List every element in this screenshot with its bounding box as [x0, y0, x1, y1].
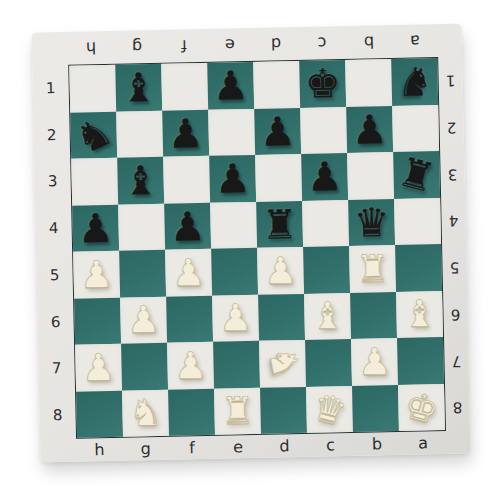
square-h2: ♞ — [70, 111, 117, 158]
file-label-g: g — [114, 34, 161, 59]
piece-white-rook-e8: ♜ — [214, 387, 261, 434]
file-label-a: a — [400, 432, 447, 454]
file-label-c: c — [299, 30, 346, 55]
square-e4 — [210, 201, 257, 248]
square-f6 — [166, 295, 213, 342]
square-g7 — [121, 343, 168, 390]
piece-white-pawn-f7: ♟ — [167, 342, 214, 389]
piece-black-bishop-g1: ♝ — [115, 64, 162, 111]
square-g3: ♝ — [117, 157, 164, 204]
file-label-b: b — [354, 433, 401, 455]
square-a1: ♞ — [391, 58, 438, 105]
piece-black-king-c1: ♚ — [299, 60, 346, 107]
square-c2 — [300, 106, 347, 153]
square-a7 — [397, 337, 444, 384]
piece-black-pawn-e1: ♟ — [207, 62, 254, 109]
piece-white-bishop-a6: ♝ — [396, 291, 443, 338]
square-e2 — [208, 108, 255, 155]
piece-black-pawn-c3: ♟ — [301, 153, 348, 200]
file-label-g: g — [122, 438, 169, 460]
square-f8 — [168, 388, 215, 435]
file-label-b: b — [345, 29, 392, 54]
square-a3: ♜ — [393, 151, 440, 198]
file-label-d: d — [253, 31, 300, 56]
square-d7: ♞ — [259, 340, 306, 387]
square-c6: ♝ — [304, 292, 351, 339]
piece-black-pawn-f4: ♟ — [164, 202, 211, 249]
file-label-e: e — [206, 32, 253, 57]
square-h8 — [76, 390, 123, 437]
file-label-f: f — [160, 33, 207, 58]
square-c4 — [302, 199, 349, 246]
square-g6: ♟ — [120, 296, 167, 343]
chess-board: ♝♟♚♞♞♟♟♟♝♟♟♜♟♟♜♛♟♟♟♜♟♟♝♝♟♟♞♟♞♜♛♚ — [68, 57, 446, 439]
square-b7: ♟ — [351, 338, 398, 385]
square-c5 — [303, 246, 350, 293]
piece-black-knight-h2: ♞ — [63, 104, 124, 166]
square-f7: ♟ — [167, 342, 214, 389]
piece-black-pawn-e3: ♟ — [209, 155, 256, 202]
piece-black-pawn-d2: ♟ — [254, 107, 301, 154]
square-d1 — [253, 61, 300, 108]
piece-black-rook-d4: ♜ — [256, 200, 303, 247]
square-d8 — [260, 386, 307, 433]
square-b4: ♛ — [348, 198, 395, 245]
rank-label-5: 5 — [39, 252, 70, 299]
piece-white-king-a8: ♚ — [393, 379, 449, 436]
square-e8: ♜ — [214, 387, 261, 434]
square-h5: ♟ — [73, 251, 120, 298]
file-labels-top: hgfedcba — [68, 28, 438, 60]
square-f1 — [161, 63, 208, 110]
square-e7 — [213, 341, 260, 388]
piece-white-pawn-h7: ♟ — [75, 344, 122, 391]
rank-label-6: 6 — [443, 290, 468, 337]
square-d2: ♟ — [254, 107, 301, 154]
square-c8: ♛ — [306, 385, 353, 432]
square-a5 — [395, 244, 442, 291]
rank-label-4: 4 — [38, 205, 69, 252]
square-g4 — [118, 203, 165, 250]
square-f2: ♟ — [162, 109, 209, 156]
square-h1 — [69, 65, 116, 112]
piece-white-pawn-d5: ♟ — [257, 247, 304, 294]
square-h4: ♟ — [72, 204, 119, 251]
square-b1 — [345, 59, 392, 106]
piece-black-pawn-h4: ♟ — [72, 204, 119, 251]
piece-white-pawn-f5: ♟ — [165, 249, 212, 296]
square-g1: ♝ — [115, 64, 162, 111]
file-label-h: h — [76, 439, 123, 461]
square-c7 — [305, 339, 352, 386]
square-a6: ♝ — [396, 291, 443, 338]
square-h3 — [71, 158, 118, 205]
rank-label-4: 4 — [441, 197, 466, 244]
square-f5: ♟ — [165, 249, 212, 296]
chess-mat: hgfedcba 12345678 ♝♟♚♞♞♟♟♟♝♟♟♜♟♟♜♛♟♟♟♜♟♟… — [32, 24, 471, 463]
square-e1: ♟ — [207, 62, 254, 109]
rank-label-6: 6 — [40, 299, 71, 346]
product-photo: hgfedcba 12345678 ♝♟♚♞♞♟♟♟♝♟♟♜♟♟♜♛♟♟♟♜♟♟… — [0, 0, 500, 500]
square-h7: ♟ — [75, 344, 122, 391]
piece-white-pawn-g6: ♟ — [120, 296, 167, 343]
rank-label-8: 8 — [42, 392, 73, 439]
square-e5 — [211, 248, 258, 295]
square-d6 — [258, 293, 305, 340]
square-b5: ♜ — [349, 245, 396, 292]
file-label-e: e — [215, 436, 262, 458]
piece-black-queen-b4: ♛ — [348, 198, 395, 245]
piece-black-knight-a1: ♞ — [391, 58, 438, 105]
square-b6 — [350, 291, 397, 338]
square-d3 — [255, 154, 302, 201]
piece-black-pawn-f2: ♟ — [162, 109, 209, 156]
square-f4: ♟ — [164, 202, 211, 249]
piece-white-bishop-c6: ♝ — [304, 292, 351, 339]
piece-white-pawn-e6: ♟ — [212, 294, 259, 341]
rank-label-1: 1 — [35, 65, 66, 112]
piece-black-rook-a3: ♜ — [388, 146, 444, 203]
rank-label-3: 3 — [440, 150, 465, 197]
square-c3: ♟ — [301, 153, 348, 200]
piece-black-pawn-b2: ♟ — [346, 106, 393, 153]
square-d4: ♜ — [256, 200, 303, 247]
square-b2: ♟ — [346, 106, 393, 153]
piece-white-queen-c8: ♛ — [301, 381, 357, 438]
square-e6: ♟ — [212, 294, 259, 341]
rank-label-8: 8 — [445, 384, 470, 431]
square-a8: ♚ — [398, 383, 445, 430]
square-d5: ♟ — [257, 247, 304, 294]
file-label-h: h — [68, 35, 115, 60]
square-c1: ♚ — [299, 60, 346, 107]
file-label-a: a — [391, 28, 438, 53]
square-g5 — [119, 250, 166, 297]
piece-white-knight-d7: ♞ — [257, 336, 312, 390]
rank-label-7: 7 — [444, 337, 469, 384]
square-b3 — [347, 152, 394, 199]
file-label-f: f — [169, 437, 216, 459]
square-f3 — [163, 156, 210, 203]
piece-white-knight-g8: ♞ — [122, 389, 169, 436]
square-b8 — [352, 384, 399, 431]
square-a4 — [394, 198, 441, 245]
rank-label-3: 3 — [37, 158, 68, 205]
rank-label-2: 2 — [439, 103, 464, 150]
file-label-d: d — [261, 435, 308, 457]
square-a2 — [392, 105, 439, 152]
square-g8: ♞ — [122, 389, 169, 436]
piece-white-pawn-b7: ♟ — [351, 338, 398, 385]
square-g2 — [116, 110, 163, 157]
piece-white-rook-b5: ♜ — [349, 245, 396, 292]
rank-label-5: 5 — [442, 243, 467, 290]
rank-label-7: 7 — [41, 345, 72, 392]
file-label-c: c — [307, 434, 354, 456]
rank-label-2: 2 — [36, 112, 67, 159]
rank-label-1: 1 — [438, 57, 463, 104]
piece-black-bishop-g3: ♝ — [117, 157, 164, 204]
square-e3: ♟ — [209, 155, 256, 202]
piece-white-pawn-h5: ♟ — [73, 251, 120, 298]
square-h6 — [74, 297, 121, 344]
